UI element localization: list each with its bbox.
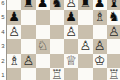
square-g5[interactable]: ♗ xyxy=(93,10,107,24)
piece-white-pawn-b2[interactable]: ♙ xyxy=(23,54,35,68)
square-d4[interactable] xyxy=(50,25,64,39)
square-g3[interactable]: ♙ xyxy=(93,39,107,53)
square-h6[interactable]: ♝ xyxy=(107,0,120,10)
square-b4[interactable] xyxy=(21,25,35,39)
square-e5[interactable]: ♟ xyxy=(64,10,78,24)
square-f2[interactable] xyxy=(78,54,92,68)
piece-black-knight-d6[interactable]: ♞ xyxy=(51,0,63,10)
square-b2[interactable]: ♙ xyxy=(21,54,35,68)
square-e1[interactable] xyxy=(64,68,78,80)
square-d6[interactable]: ♞ xyxy=(50,0,64,10)
square-f4[interactable] xyxy=(78,25,92,39)
piece-black-pawn-c6[interactable]: ♟ xyxy=(37,0,49,10)
square-e4[interactable]: ♙ xyxy=(64,25,78,39)
square-c6[interactable]: ♟ xyxy=(36,0,50,10)
piece-black-rook-f6[interactable]: ♜ xyxy=(80,0,92,10)
square-c2[interactable] xyxy=(36,54,50,68)
square-h1[interactable]: ♖ xyxy=(107,68,120,80)
square-d1[interactable]: ♖ xyxy=(50,68,64,80)
piece-white-pawn-f3[interactable]: ♙ xyxy=(80,39,92,53)
square-h2[interactable] xyxy=(107,54,120,68)
square-h5[interactable]: ♞ xyxy=(107,10,120,24)
piece-black-pawn-a5[interactable]: ♟ xyxy=(8,10,20,24)
square-a2[interactable]: ♗ xyxy=(7,54,21,68)
piece-white-bishop-a2[interactable]: ♗ xyxy=(8,54,20,68)
square-h4[interactable]: ♙ xyxy=(107,25,120,39)
piece-white-knight-c3[interactable]: ♘ xyxy=(37,39,49,53)
square-g6[interactable]: ♟ xyxy=(93,0,107,10)
square-g4[interactable] xyxy=(93,25,107,39)
piece-white-rook-d1[interactable]: ♖ xyxy=(51,68,63,80)
square-g1[interactable] xyxy=(93,68,107,80)
square-a6[interactable] xyxy=(7,0,21,10)
square-d3[interactable] xyxy=(50,39,64,53)
square-e3[interactable] xyxy=(64,39,78,53)
square-b6[interactable]: ♜ xyxy=(21,0,35,10)
square-f1[interactable] xyxy=(78,68,92,80)
piece-black-bishop-h6[interactable]: ♝ xyxy=(108,0,120,10)
square-c1[interactable] xyxy=(36,68,50,80)
square-h3[interactable] xyxy=(107,39,120,53)
piece-black-knight-h5[interactable]: ♞ xyxy=(108,10,120,24)
piece-white-pawn-h4[interactable]: ♙ xyxy=(108,25,120,39)
piece-white-pawn-e4[interactable]: ♙ xyxy=(65,25,77,39)
square-b1[interactable] xyxy=(21,68,35,80)
square-d5[interactable] xyxy=(50,10,64,24)
piece-black-pawn-e5[interactable]: ♟ xyxy=(65,10,77,24)
square-c5[interactable] xyxy=(36,10,50,24)
square-f3[interactable]: ♙ xyxy=(78,39,92,53)
square-a3[interactable] xyxy=(7,39,21,53)
piece-white-king-g2[interactable]: ♔ xyxy=(94,54,106,68)
square-b5[interactable] xyxy=(21,10,35,24)
piece-white-bishop-g5[interactable]: ♗ xyxy=(94,10,106,24)
piece-black-rook-b6[interactable]: ♜ xyxy=(23,0,35,10)
piece-black-pawn-g6[interactable]: ♟ xyxy=(94,0,106,10)
square-c3[interactable]: ♘ xyxy=(36,39,50,53)
chess-board[interactable]: ♜♟♞♙♜♟♝♟♟♗♞♙♙♙♘♙♙♗♙♕♔♖♖ xyxy=(6,0,120,80)
piece-white-pawn-g3[interactable]: ♙ xyxy=(94,39,106,53)
square-e2[interactable]: ♕ xyxy=(64,54,78,68)
square-f5[interactable] xyxy=(78,10,92,24)
square-d2[interactable] xyxy=(50,54,64,68)
piece-white-queen-e2[interactable]: ♕ xyxy=(65,54,77,68)
piece-white-pawn-a4[interactable]: ♙ xyxy=(8,25,20,39)
square-a1[interactable] xyxy=(7,68,21,80)
square-f6[interactable]: ♜ xyxy=(78,0,92,10)
square-b3[interactable] xyxy=(21,39,35,53)
piece-white-rook-h1[interactable]: ♖ xyxy=(108,68,120,80)
square-c4[interactable] xyxy=(36,25,50,39)
chess-diagram: 654321 ♜♟♞♙♜♟♝♟♟♗♞♙♙♙♘♙♙♗♙♕♔♖♖ xyxy=(0,0,120,80)
square-g2[interactable]: ♔ xyxy=(93,54,107,68)
square-a5[interactable]: ♟ xyxy=(7,10,21,24)
square-e6[interactable]: ♙ xyxy=(64,0,78,10)
square-a4[interactable]: ♙ xyxy=(7,25,21,39)
piece-white-pawn-e6[interactable]: ♙ xyxy=(65,0,77,10)
